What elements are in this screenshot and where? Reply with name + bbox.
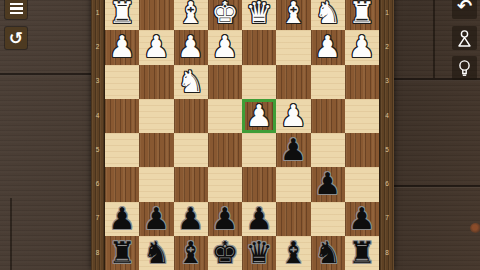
white-rook: ♜ bbox=[109, 0, 136, 28]
hint-button[interactable] bbox=[452, 56, 477, 80]
wood-seam bbox=[390, 185, 480, 187]
square-f4[interactable] bbox=[174, 99, 208, 133]
square-e5[interactable] bbox=[208, 133, 242, 167]
white-knight: ♞ bbox=[177, 67, 204, 97]
undo-arrow-icon: ↶ bbox=[457, 0, 472, 15]
white-pawn: ♟ bbox=[211, 32, 238, 62]
lightbulb-icon bbox=[457, 59, 472, 78]
white-queen: ♛ bbox=[246, 0, 273, 28]
square-g1[interactable] bbox=[139, 0, 173, 30]
black-king: ♚ bbox=[211, 238, 238, 268]
square-e3[interactable] bbox=[208, 65, 242, 99]
square-f7[interactable]: ♟ bbox=[174, 202, 208, 236]
white-pawn: ♟ bbox=[246, 101, 273, 131]
square-a7[interactable]: ♟ bbox=[345, 202, 379, 236]
square-a5[interactable] bbox=[345, 133, 379, 167]
app-root: { "game": "chess", "app_context": "mobil… bbox=[0, 0, 480, 270]
square-h6[interactable] bbox=[105, 167, 139, 201]
square-b6[interactable]: ♟ bbox=[311, 167, 345, 201]
square-h8[interactable]: ♜ bbox=[105, 236, 139, 270]
white-bishop: ♝ bbox=[177, 0, 204, 28]
black-pawn: ♟ bbox=[211, 204, 238, 234]
white-pawn: ♟ bbox=[280, 101, 307, 131]
white-pawn: ♟ bbox=[109, 32, 136, 62]
square-f2[interactable]: ♟ bbox=[174, 30, 208, 64]
square-a8[interactable]: ♜ bbox=[345, 236, 379, 270]
board-frame-right: 12345678 bbox=[379, 0, 394, 270]
square-b3[interactable] bbox=[311, 65, 345, 99]
player-icon bbox=[456, 29, 473, 48]
square-h2[interactable]: ♟ bbox=[105, 30, 139, 64]
flip-board-button[interactable]: ↺ bbox=[5, 27, 27, 49]
square-c1[interactable]: ♝ bbox=[276, 0, 310, 30]
square-b4[interactable] bbox=[311, 99, 345, 133]
white-knight: ♞ bbox=[314, 0, 341, 28]
white-pawn: ♟ bbox=[314, 32, 341, 62]
square-g3[interactable] bbox=[139, 65, 173, 99]
square-c2[interactable] bbox=[276, 30, 310, 64]
black-rook: ♜ bbox=[109, 238, 136, 268]
square-a4[interactable] bbox=[345, 99, 379, 133]
square-h7[interactable]: ♟ bbox=[105, 202, 139, 236]
black-rook: ♜ bbox=[348, 238, 375, 268]
square-g8[interactable]: ♞ bbox=[139, 236, 173, 270]
square-e6[interactable] bbox=[208, 167, 242, 201]
square-a1[interactable]: ♜ bbox=[345, 0, 379, 30]
rank-label-1-left: 1 bbox=[91, 0, 104, 30]
wood-knot bbox=[470, 223, 480, 233]
square-d2[interactable] bbox=[242, 30, 276, 64]
rank-label-3-right: 3 bbox=[380, 65, 394, 99]
black-pawn: ♟ bbox=[348, 204, 375, 234]
square-d3[interactable] bbox=[242, 65, 276, 99]
square-e2[interactable]: ♟ bbox=[208, 30, 242, 64]
wood-seam bbox=[433, 0, 435, 78]
square-b1[interactable]: ♞ bbox=[311, 0, 345, 30]
rank-label-4-left: 4 bbox=[91, 99, 104, 133]
square-e1[interactable]: ♚ bbox=[208, 0, 242, 30]
square-h4[interactable] bbox=[105, 99, 139, 133]
square-f3[interactable]: ♞ bbox=[174, 65, 208, 99]
square-d7[interactable]: ♟ bbox=[242, 202, 276, 236]
white-pawn: ♟ bbox=[177, 32, 204, 62]
black-bishop: ♝ bbox=[280, 238, 307, 268]
rank-label-8-left: 8 bbox=[91, 236, 104, 270]
rank-label-2-right: 2 bbox=[380, 30, 394, 64]
white-bishop: ♝ bbox=[280, 0, 307, 28]
square-a3[interactable] bbox=[345, 65, 379, 99]
square-f1[interactable]: ♝ bbox=[174, 0, 208, 30]
square-c3[interactable] bbox=[276, 65, 310, 99]
chess-board: 12345678 ♜♝♚♛♝♞♜♟♟♟♟♟♟♞♟♟♟♟♟♟♟♟♟♟♜♞♝♚♛♝♞… bbox=[91, 0, 394, 270]
square-c7[interactable] bbox=[276, 202, 310, 236]
square-c4[interactable]: ♟ bbox=[276, 99, 310, 133]
rank-label-7-right: 7 bbox=[380, 202, 394, 236]
rank-label-3-left: 3 bbox=[91, 65, 104, 99]
square-a6[interactable] bbox=[345, 167, 379, 201]
black-knight: ♞ bbox=[143, 238, 170, 268]
square-a2[interactable]: ♟ bbox=[345, 30, 379, 64]
white-rook: ♜ bbox=[348, 0, 375, 28]
black-pawn: ♟ bbox=[280, 135, 307, 165]
square-e4[interactable] bbox=[208, 99, 242, 133]
rank-label-1-right: 1 bbox=[380, 0, 394, 30]
square-f8[interactable]: ♝ bbox=[174, 236, 208, 270]
square-g4[interactable] bbox=[139, 99, 173, 133]
player-button[interactable] bbox=[452, 26, 477, 50]
square-d8[interactable]: ♛ bbox=[242, 236, 276, 270]
rank-label-8-right: 8 bbox=[380, 236, 394, 270]
square-b8[interactable]: ♞ bbox=[311, 236, 345, 270]
square-c6[interactable] bbox=[276, 167, 310, 201]
black-pawn: ♟ bbox=[109, 204, 136, 234]
white-pawn: ♟ bbox=[348, 32, 375, 62]
board-squares: ♜♝♚♛♝♞♜♟♟♟♟♟♟♞♟♟♟♟♟♟♟♟♟♟♜♞♝♚♛♝♞♜ bbox=[105, 0, 379, 270]
square-f5[interactable] bbox=[174, 133, 208, 167]
rank-label-7-left: 7 bbox=[91, 202, 104, 236]
square-g5[interactable] bbox=[139, 133, 173, 167]
black-pawn: ♟ bbox=[143, 204, 170, 234]
black-pawn: ♟ bbox=[314, 169, 341, 199]
black-pawn: ♟ bbox=[177, 204, 204, 234]
black-knight: ♞ bbox=[314, 238, 341, 268]
board-frame-left: 12345678 bbox=[91, 0, 105, 270]
wood-seam bbox=[10, 198, 12, 270]
white-pawn: ♟ bbox=[143, 32, 170, 62]
rank-label-6-right: 6 bbox=[380, 167, 394, 201]
square-f6[interactable] bbox=[174, 167, 208, 201]
menu-button[interactable] bbox=[5, 0, 27, 19]
square-h1[interactable]: ♜ bbox=[105, 0, 139, 30]
square-d6[interactable] bbox=[242, 167, 276, 201]
rank-label-2-left: 2 bbox=[91, 30, 104, 64]
square-b5[interactable] bbox=[311, 133, 345, 167]
white-king: ♚ bbox=[211, 0, 238, 28]
rank-label-6-left: 6 bbox=[91, 167, 104, 201]
rank-label-4-right: 4 bbox=[380, 99, 394, 133]
square-g7[interactable]: ♟ bbox=[139, 202, 173, 236]
wood-seam bbox=[0, 73, 91, 75]
square-c5[interactable]: ♟ bbox=[276, 133, 310, 167]
black-queen: ♛ bbox=[246, 238, 273, 268]
square-e8[interactable]: ♚ bbox=[208, 236, 242, 270]
black-pawn: ♟ bbox=[246, 204, 273, 234]
square-e7[interactable]: ♟ bbox=[208, 202, 242, 236]
square-h3[interactable] bbox=[105, 65, 139, 99]
square-g6[interactable] bbox=[139, 167, 173, 201]
undo-button[interactable]: ↶ bbox=[452, 0, 477, 19]
hamburger-menu-icon bbox=[10, 3, 23, 14]
square-g2[interactable]: ♟ bbox=[139, 30, 173, 64]
square-d4[interactable]: ♟ bbox=[242, 99, 276, 133]
square-b7[interactable] bbox=[311, 202, 345, 236]
rank-label-5-left: 5 bbox=[91, 133, 104, 167]
square-b2[interactable]: ♟ bbox=[311, 30, 345, 64]
rotate-arrow-icon: ↺ bbox=[9, 30, 23, 47]
rank-label-5-right: 5 bbox=[380, 133, 394, 167]
black-bishop: ♝ bbox=[177, 238, 204, 268]
square-d1[interactable]: ♛ bbox=[242, 0, 276, 30]
square-h5[interactable] bbox=[105, 133, 139, 167]
square-c8[interactable]: ♝ bbox=[276, 236, 310, 270]
square-d5[interactable] bbox=[242, 133, 276, 167]
